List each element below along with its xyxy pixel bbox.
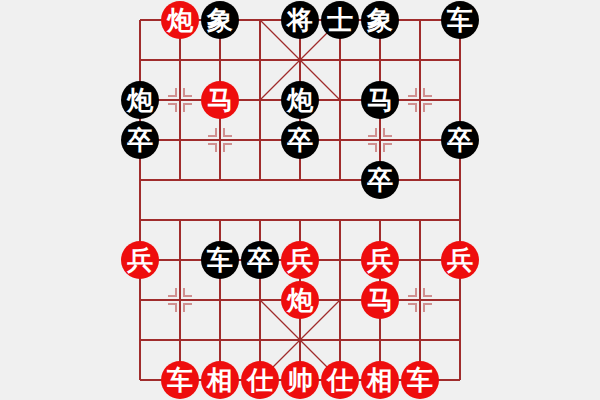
board-point[interactable]: 仕 [320,360,360,400]
board-point[interactable]: 卒 [440,120,480,160]
piece-red-elephant[interactable]: 相 [361,361,399,399]
piece-red-soldier[interactable]: 兵 [361,241,399,279]
board-point[interactable]: 炮 [280,80,320,120]
board-point[interactable]: 相 [200,360,240,400]
piece-black-soldier[interactable]: 卒 [361,161,399,199]
piece-black-elephant[interactable]: 象 [201,1,239,39]
board-point[interactable] [120,320,160,360]
board-point[interactable] [440,320,480,360]
board-point[interactable]: 车 [400,360,440,400]
board-point[interactable] [240,280,280,320]
board-point[interactable] [400,40,440,80]
board-point[interactable] [400,240,440,280]
board-point[interactable]: 兵 [120,240,160,280]
board-point[interactable]: 车 [160,360,200,400]
piece-red-advisor[interactable]: 仕 [321,361,359,399]
board-point[interactable] [160,40,200,80]
board-point[interactable] [240,320,280,360]
board-point[interactable]: 卒 [120,120,160,160]
board-point[interactable] [240,200,280,240]
board-point[interactable] [200,280,240,320]
board-point[interactable]: 炮 [280,280,320,320]
board-point[interactable]: 马 [360,80,400,120]
board-point[interactable] [200,40,240,80]
board-point[interactable] [400,280,440,320]
board-point[interactable] [120,280,160,320]
board-point[interactable] [200,200,240,240]
board-point[interactable] [440,160,480,200]
board-point[interactable] [120,0,160,40]
board-point[interactable] [200,320,240,360]
xiangqi-board: 炮象将士象车炮马炮马卒卒卒卒兵车卒兵兵兵炮马车相仕帅仕相车 [0,0,600,400]
board-point[interactable] [440,360,480,400]
board-point[interactable] [440,280,480,320]
piece-red-soldier[interactable]: 兵 [121,241,159,279]
board-point[interactable] [360,120,400,160]
board-point[interactable] [320,40,360,80]
board-point[interactable]: 象 [200,0,240,40]
board-point[interactable] [360,200,400,240]
board-point[interactable] [320,160,360,200]
points-grid: 炮象将士象车炮马炮马卒卒卒卒兵车卒兵兵兵炮马车相仕帅仕相车 [120,0,480,400]
board-point[interactable] [280,160,320,200]
board-point[interactable] [320,120,360,160]
board-point[interactable] [320,320,360,360]
board-point[interactable] [240,40,280,80]
board-point[interactable] [240,0,280,40]
piece-red-cannon[interactable]: 炮 [281,281,319,319]
board-point[interactable] [400,160,440,200]
board-point[interactable]: 帅 [280,360,320,400]
piece-red-general[interactable]: 帅 [281,361,319,399]
board-point[interactable] [160,200,200,240]
board-point[interactable]: 仕 [240,360,280,400]
piece-black-elephant[interactable]: 象 [361,1,399,39]
board-point[interactable]: 卒 [240,240,280,280]
board-point[interactable] [400,200,440,240]
piece-red-elephant[interactable]: 相 [201,361,239,399]
piece-black-soldier[interactable]: 卒 [441,121,479,159]
board-point[interactable] [400,80,440,120]
board-point[interactable] [160,160,200,200]
board-point[interactable] [160,240,200,280]
piece-black-chariot[interactable]: 车 [201,241,239,279]
piece-red-chariot[interactable]: 车 [401,361,439,399]
board-point[interactable] [400,320,440,360]
board-point[interactable] [360,320,400,360]
board-point[interactable] [120,40,160,80]
board-point[interactable] [360,40,400,80]
piece-black-soldier[interactable]: 卒 [281,121,319,159]
board-point[interactable] [400,120,440,160]
board-point[interactable]: 相 [360,360,400,400]
piece-black-cannon[interactable]: 炮 [121,81,159,119]
board-point[interactable]: 卒 [280,120,320,160]
board-point[interactable] [160,320,200,360]
piece-red-advisor[interactable]: 仕 [241,361,279,399]
board-point[interactable]: 炮 [120,80,160,120]
board-point[interactable]: 卒 [360,160,400,200]
board-point[interactable] [400,0,440,40]
piece-red-chariot[interactable]: 车 [161,361,199,399]
piece-black-soldier[interactable]: 卒 [121,121,159,159]
piece-red-cannon[interactable]: 炮 [161,1,199,39]
piece-black-horse[interactable]: 马 [361,81,399,119]
board-point[interactable] [200,160,240,200]
board-point[interactable] [160,80,200,120]
piece-red-horse[interactable]: 马 [361,281,399,319]
board-point[interactable]: 车 [200,240,240,280]
board-point[interactable]: 马 [360,280,400,320]
board-point[interactable] [440,200,480,240]
board-point[interactable]: 兵 [360,240,400,280]
piece-black-chariot[interactable]: 车 [441,1,479,39]
board-point[interactable] [320,80,360,120]
board-point[interactable] [120,360,160,400]
board-point[interactable]: 兵 [280,240,320,280]
board-point[interactable] [280,40,320,80]
board-point[interactable]: 马 [200,80,240,120]
board-point[interactable] [280,320,320,360]
board-point[interactable] [120,200,160,240]
board-point[interactable] [160,280,200,320]
board-point[interactable] [240,80,280,120]
piece-black-cannon[interactable]: 炮 [281,81,319,119]
piece-black-soldier[interactable]: 卒 [241,241,279,279]
board-point[interactable] [240,160,280,200]
board-point[interactable]: 将 [280,0,320,40]
piece-black-general[interactable]: 将 [281,1,319,39]
piece-black-advisor[interactable]: 士 [321,1,359,39]
piece-red-soldier[interactable]: 兵 [441,241,479,279]
board-point[interactable] [160,120,200,160]
board-point[interactable] [320,200,360,240]
board-point[interactable]: 炮 [160,0,200,40]
board-point[interactable] [280,200,320,240]
board-point[interactable]: 兵 [440,240,480,280]
board-point[interactable] [320,240,360,280]
board-point[interactable] [200,120,240,160]
board-point[interactable]: 象 [360,0,400,40]
board-point[interactable]: 士 [320,0,360,40]
board-point[interactable] [440,40,480,80]
board-point[interactable] [240,120,280,160]
board-point[interactable] [440,80,480,120]
piece-red-horse[interactable]: 马 [201,81,239,119]
board-point[interactable] [120,160,160,200]
board-point[interactable] [320,280,360,320]
board-point[interactable]: 车 [440,0,480,40]
piece-red-soldier[interactable]: 兵 [281,241,319,279]
